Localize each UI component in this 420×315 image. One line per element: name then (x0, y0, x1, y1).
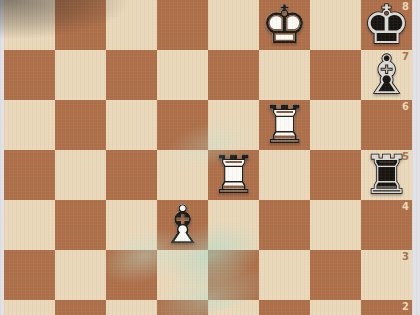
square-a6[interactable] (4, 100, 55, 150)
bishop-glyph-outline: ♗ (157, 200, 208, 250)
chess-app-screen: ♚♔8♚♔7♝♗♜♖6♜♖5♜♖♝♗432 (0, 0, 420, 315)
square-h8[interactable]: 8♚♔ (361, 0, 412, 50)
white-rook-e5[interactable]: ♜♖ (208, 150, 259, 200)
rank-label-5: 5 (402, 152, 409, 162)
rank-label-7: 7 (402, 52, 409, 62)
square-e6[interactable] (208, 100, 259, 150)
square-h6[interactable]: 6 (361, 100, 412, 150)
square-f5[interactable] (259, 150, 310, 200)
chess-board[interactable]: ♚♔8♚♔7♝♗♜♖6♜♖5♜♖♝♗432 (4, 0, 412, 315)
rook-glyph-outline: ♖ (208, 150, 259, 200)
square-b6[interactable] (55, 100, 106, 150)
square-g4[interactable] (310, 200, 361, 250)
square-h7[interactable]: 7♝♗ (361, 50, 412, 100)
square-h3[interactable]: 3 (361, 250, 412, 300)
rank-label-3: 3 (402, 252, 409, 262)
square-b4[interactable] (55, 200, 106, 250)
white-rook-f6[interactable]: ♜♖ (259, 100, 310, 150)
king-glyph-outline: ♔ (259, 0, 310, 50)
rank-label-4: 4 (402, 202, 409, 212)
square-f7[interactable] (259, 50, 310, 100)
square-h4[interactable]: 4 (361, 200, 412, 250)
square-e7[interactable] (208, 50, 259, 100)
square-a5[interactable] (4, 150, 55, 200)
square-c5[interactable] (106, 150, 157, 200)
square-a3[interactable] (4, 250, 55, 300)
square-b3[interactable] (55, 250, 106, 300)
square-e5[interactable]: ♜♖ (208, 150, 259, 200)
square-e8[interactable] (208, 0, 259, 50)
square-f3[interactable] (259, 250, 310, 300)
square-a4[interactable] (4, 200, 55, 250)
square-c6[interactable] (106, 100, 157, 150)
square-g8[interactable] (310, 0, 361, 50)
square-c3[interactable] (106, 250, 157, 300)
square-g7[interactable] (310, 50, 361, 100)
square-g3[interactable] (310, 250, 361, 300)
square-g5[interactable] (310, 150, 361, 200)
square-d6[interactable] (157, 100, 208, 150)
square-f4[interactable] (259, 200, 310, 250)
square-g2[interactable] (310, 300, 361, 315)
square-d7[interactable] (157, 50, 208, 100)
rank-label-8: 8 (402, 2, 409, 12)
square-e4[interactable] (208, 200, 259, 250)
white-king-f8[interactable]: ♚♔ (259, 0, 310, 50)
square-b8[interactable] (55, 0, 106, 50)
white-bishop-d4[interactable]: ♝♗ (157, 200, 208, 250)
screen-edge-right (412, 0, 420, 315)
square-h2[interactable]: 2 (361, 300, 412, 315)
rank-label-2: 2 (402, 302, 409, 312)
rook-glyph-outline: ♖ (259, 100, 310, 150)
square-c2[interactable] (106, 300, 157, 315)
square-c8[interactable] (106, 0, 157, 50)
square-a2[interactable] (4, 300, 55, 315)
square-a8[interactable] (4, 0, 55, 50)
square-d5[interactable] (157, 150, 208, 200)
square-b7[interactable] (55, 50, 106, 100)
square-f2[interactable] (259, 300, 310, 315)
square-f6[interactable]: ♜♖ (259, 100, 310, 150)
square-a7[interactable] (4, 50, 55, 100)
square-d3[interactable] (157, 250, 208, 300)
square-e2[interactable] (208, 300, 259, 315)
square-f8[interactable]: ♚♔ (259, 0, 310, 50)
rank-label-6: 6 (402, 102, 409, 112)
square-d4[interactable]: ♝♗ (157, 200, 208, 250)
square-b2[interactable] (55, 300, 106, 315)
square-e3[interactable] (208, 250, 259, 300)
square-b5[interactable] (55, 150, 106, 200)
square-h5[interactable]: 5♜♖ (361, 150, 412, 200)
square-d8[interactable] (157, 0, 208, 50)
square-d2[interactable] (157, 300, 208, 315)
square-g6[interactable] (310, 100, 361, 150)
square-c7[interactable] (106, 50, 157, 100)
square-c4[interactable] (106, 200, 157, 250)
